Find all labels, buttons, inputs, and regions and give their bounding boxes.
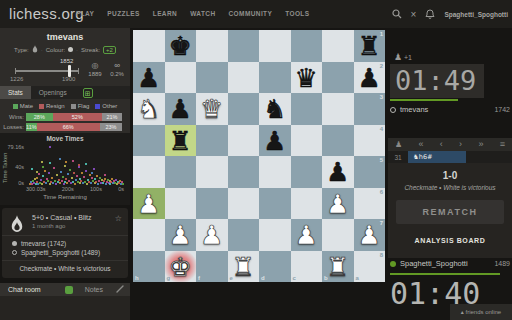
nav-community[interactable]: COMMUNITY — [229, 10, 273, 17]
square-e2[interactable] — [228, 62, 260, 94]
chart-xlabel: Time Remaining — [0, 194, 130, 200]
square-e5[interactable] — [228, 156, 260, 188]
opponent-insights-panel: tmevans Type: · Colour: · Streak: +2 185… — [0, 28, 130, 133]
win-loss-bars: Wins:28%52%21%Losses:11%66%23% — [0, 113, 130, 131]
square-a2[interactable]: ♟2 — [354, 62, 386, 94]
black-knight[interactable]: ♞ — [259, 93, 291, 125]
grid-toggle-button[interactable]: ⊞ — [83, 88, 93, 98]
bar-label: Wins: — [0, 114, 26, 120]
percent-value: 0.2% — [106, 71, 128, 77]
chart-ylabel: Time Taken — [2, 151, 8, 185]
scatter-point — [91, 177, 93, 179]
square-g6[interactable] — [165, 188, 197, 220]
chat-settings-icon[interactable] — [116, 285, 124, 295]
scatter-point — [102, 182, 104, 184]
scatter-point — [61, 180, 63, 182]
chart-plot-area: 79.16s 40s 0s — [26, 146, 124, 184]
black-pawn[interactable]: ♟ — [133, 62, 165, 94]
black-pawn[interactable]: ♟ — [259, 125, 291, 157]
move-list-panel: ♟ « ‹ › » ≡ 31 ♞h6# 1-0 Checkmate • Whit… — [388, 138, 512, 258]
scatter-point — [41, 161, 43, 163]
scatter-point — [49, 146, 51, 148]
square-d7[interactable] — [259, 219, 291, 251]
analyze-icon[interactable]: ♟ — [395, 138, 402, 151]
legend-label: Other — [102, 103, 117, 109]
square-b1[interactable] — [322, 30, 354, 62]
white-queen[interactable]: ♛ — [196, 93, 228, 125]
analysis-board-button[interactable]: ANALYSIS BOARD — [388, 237, 512, 244]
square-h1[interactable] — [133, 30, 165, 62]
move-times-chart: Move Times Time Taken 79.16s 40s 0s 300.… — [0, 133, 130, 205]
scatter-point — [85, 170, 87, 172]
file-label: b — [324, 275, 328, 281]
square-a5[interactable]: 5 — [354, 156, 386, 188]
square-h5[interactable] — [133, 156, 165, 188]
square-f7[interactable]: ♟ — [196, 219, 228, 251]
colour-label: Colour: — [46, 47, 65, 53]
scatter-point — [81, 172, 83, 174]
bar-segment: 28% — [26, 113, 53, 121]
square-e1[interactable] — [228, 30, 260, 62]
rank-label: 3 — [380, 94, 383, 100]
material-advantage: ♟ +1 — [394, 52, 412, 62]
scatter-point — [91, 172, 93, 174]
scatter-point — [85, 163, 87, 165]
scatter-point — [58, 179, 60, 181]
x-tick: 0s — [118, 186, 124, 192]
white-rating: 1742 — [494, 106, 510, 113]
square-g2[interactable] — [165, 62, 197, 94]
square-b7[interactable] — [322, 219, 354, 251]
scatter-point — [122, 183, 124, 185]
y-tick-max: 79.16s — [7, 144, 26, 150]
main-nav: PLAY PUZZLES LEARN WATCH COMMUNITY TOOLS — [76, 10, 309, 17]
scatter-point — [65, 161, 67, 163]
bar-segment: 23% — [100, 123, 122, 131]
y-tick-mid: 40s — [15, 164, 26, 170]
scatter-point — [36, 171, 38, 173]
stacked-bar: 28%52%21% — [26, 113, 122, 121]
bell-icon[interactable] — [425, 5, 435, 23]
square-a4[interactable]: 4 — [354, 125, 386, 157]
square-c8[interactable]: c — [291, 251, 323, 283]
scatter-point — [62, 176, 64, 178]
y-tick-zero: 0s — [18, 180, 26, 186]
white-pawn[interactable]: ♟ — [196, 219, 228, 251]
rank-label: 6 — [380, 189, 383, 195]
rating-range-slider: 1852 1226 1900 ◎ 1889 ∞ 0.2% — [0, 58, 130, 84]
scatter-point — [104, 178, 106, 180]
blitz-flame-icon — [32, 45, 38, 54]
square-h2[interactable]: ♟ — [133, 62, 165, 94]
tab-stats[interactable]: Stats — [0, 86, 31, 99]
nav-watch[interactable]: WATCH — [190, 10, 215, 17]
scatter-point — [44, 170, 46, 172]
menu-icon[interactable]: ≡ — [500, 138, 505, 151]
white-pawn[interactable]: ♟ — [133, 188, 165, 220]
square-g1[interactable]: ♚ — [165, 30, 197, 62]
last-move-button[interactable]: » — [478, 138, 483, 151]
bar-label: Losses: — [0, 124, 26, 130]
square-g8[interactable]: ♚g — [165, 251, 197, 283]
scatter-point — [36, 177, 38, 179]
square-f1[interactable] — [196, 30, 228, 62]
white-pawn[interactable]: ♟ — [322, 188, 354, 220]
square-e8[interactable]: ♜e — [228, 251, 260, 283]
square-b8[interactable]: ♜b — [322, 251, 354, 283]
user-menu[interactable]: Spaghetti_Spoghotti — [444, 11, 508, 18]
file-label: d — [261, 275, 265, 281]
legend-swatch — [39, 104, 44, 109]
scatter-point — [104, 174, 106, 176]
dot-separator: · — [41, 47, 43, 53]
game-info-card: 5+0 • Casual • Blitz 1 month ago ☆ tmeva… — [2, 208, 128, 278]
friends-online-toggle[interactable]: ▴ friends online — [450, 304, 512, 320]
black-queen[interactable]: ♛ — [291, 62, 323, 94]
scatter-point — [54, 180, 56, 182]
prev-move-button[interactable]: ‹ — [440, 138, 443, 151]
tab-notes[interactable]: Notes — [73, 286, 115, 293]
scatter-point — [94, 178, 96, 180]
scatter-point — [49, 183, 51, 185]
square-d3[interactable]: ♞ — [259, 93, 291, 125]
game-result-text: Checkmate • White is victorious — [2, 265, 128, 272]
square-d2[interactable] — [259, 62, 291, 94]
game-side-panel: ♟ +1 01:49 tmevans 1742 ♟ « ‹ › » ≡ 31 ♞… — [388, 28, 512, 320]
black-clock-bar — [390, 273, 500, 275]
scatter-point — [65, 178, 67, 180]
scatter-point — [59, 158, 61, 160]
square-c4[interactable] — [291, 125, 323, 157]
scatter-point — [48, 172, 50, 174]
slider-min: 1226 — [10, 76, 23, 82]
scatter-point — [72, 160, 74, 162]
square-e6[interactable] — [228, 188, 260, 220]
scatter-point — [71, 177, 73, 179]
x-tick: 300.03s — [26, 186, 46, 192]
scatter-point — [63, 183, 65, 185]
top-header: lichess.org PLAY PUZZLES LEARN WATCH COM… — [0, 0, 512, 28]
square-c1[interactable] — [291, 30, 323, 62]
scatter-point — [73, 172, 75, 174]
scatter-point — [59, 182, 61, 184]
white-color-icon — [390, 107, 396, 113]
online-dot-icon — [390, 261, 396, 267]
rank-label: 4 — [380, 126, 383, 132]
close-icon[interactable]: × — [411, 9, 417, 20]
square-g5[interactable] — [165, 156, 197, 188]
square-d5[interactable] — [259, 156, 291, 188]
scatter-point — [52, 182, 54, 184]
game-date: 1 month ago — [32, 223, 122, 229]
bookmark-star-icon[interactable]: ☆ — [115, 214, 122, 223]
scatter-point — [78, 166, 80, 168]
scatter-point — [97, 183, 99, 185]
opponent-name: tmevans — [0, 28, 130, 42]
x-tick: 100s — [90, 186, 102, 192]
white-clock-bar — [390, 99, 458, 101]
file-label: f — [198, 275, 200, 281]
chart-title: Move Times — [0, 133, 130, 142]
pawn-icon: ♟ — [394, 52, 402, 62]
colour-dot-icon — [68, 47, 73, 52]
square-c7[interactable]: ♟ — [291, 219, 323, 251]
first-move-button[interactable]: « — [418, 138, 423, 151]
square-f5[interactable] — [196, 156, 228, 188]
rank-label: 5 — [380, 157, 383, 163]
black-player-row[interactable]: Spaghetti_Spoghotti (1489) — [12, 248, 128, 257]
lichess-logo[interactable]: lichess.org — [9, 5, 84, 22]
tab-chat-room[interactable]: Chat room — [0, 286, 49, 293]
legend-label: Flag — [78, 103, 90, 109]
white-knight[interactable]: ♞ — [133, 93, 165, 125]
streak-badge: +2 — [103, 46, 116, 54]
legend-other: Other — [95, 103, 117, 109]
square-c2[interactable]: ♛ — [291, 62, 323, 94]
black-disc-icon — [12, 250, 17, 255]
square-f4[interactable] — [196, 125, 228, 157]
square-b6[interactable]: ♟ — [322, 188, 354, 220]
bar-segment: 52% — [53, 113, 102, 121]
slider-max: 1900 — [62, 76, 75, 82]
square-e7[interactable] — [228, 219, 260, 251]
chart-xticks: 300.03s 200s 100s 0s — [26, 186, 124, 192]
chat-panel: Chat room Notes — [0, 283, 130, 320]
square-d8[interactable]: d — [259, 251, 291, 283]
material-value: +1 — [404, 54, 412, 61]
square-h4[interactable] — [133, 125, 165, 157]
scatter-point — [83, 176, 85, 178]
black-player-row[interactable]: Spaghetti_Spoghotti 1489 — [390, 259, 510, 268]
square-d1[interactable] — [259, 30, 291, 62]
search-icon[interactable] — [392, 5, 402, 23]
square-h8[interactable]: h — [133, 251, 165, 283]
scatter-point — [67, 173, 69, 175]
rematch-button[interactable]: REMATCH — [396, 200, 504, 224]
games-count: 1889 — [84, 71, 106, 77]
scatter-point — [42, 166, 44, 168]
legend-label: Mate — [20, 103, 33, 109]
file-label: c — [293, 275, 296, 281]
scatter-point — [49, 162, 51, 164]
square-e4[interactable] — [228, 125, 260, 157]
scatter-point — [74, 183, 76, 185]
square-c5[interactable] — [291, 156, 323, 188]
scatter-point — [66, 182, 68, 184]
file-label: g — [167, 275, 171, 281]
type-label: Type: — [14, 47, 29, 53]
white-name: tmevans — [400, 105, 428, 114]
next-move-button[interactable]: › — [459, 138, 462, 151]
chess-board[interactable]: ♚♜1♟♛♟2♞♟♛♞3♜♟4♟5♟♟6♟♟♟♟7h♚gf♜edc♜ba8 — [133, 30, 385, 282]
white-pawn[interactable]: ♟ — [291, 219, 323, 251]
square-a3[interactable]: 3 — [354, 93, 386, 125]
rank-label: 1 — [380, 31, 383, 37]
scatter-point — [45, 182, 47, 184]
nav-tools[interactable]: TOOLS — [285, 10, 309, 17]
square-f6[interactable] — [196, 188, 228, 220]
square-b2[interactable] — [322, 62, 354, 94]
rank-label: 7 — [380, 220, 383, 226]
black-pawn[interactable]: ♟ — [165, 93, 197, 125]
square-d4[interactable]: ♟ — [259, 125, 291, 157]
bar-segment: 11% — [26, 123, 37, 131]
square-g3[interactable]: ♟ — [165, 93, 197, 125]
white-disc-icon — [12, 241, 17, 246]
scatter-point — [53, 167, 55, 169]
legend-swatch — [71, 104, 76, 109]
square-a6[interactable]: 6 — [354, 188, 386, 220]
scatter-point — [78, 164, 80, 166]
legend-mate: Mate — [13, 103, 33, 109]
scatter-point — [42, 175, 44, 177]
chat-toggle[interactable] — [65, 286, 73, 294]
square-f8[interactable]: f — [196, 251, 228, 283]
square-g4[interactable]: ♜ — [165, 125, 197, 157]
scatter-point — [76, 175, 78, 177]
legend-flag: Flag — [71, 103, 90, 109]
tab-openings[interactable]: Openings — [31, 86, 75, 99]
scatter-point — [64, 165, 66, 167]
scatter-point — [93, 168, 95, 170]
result-status: Checkmate • White is victorious — [388, 184, 512, 191]
scatter-point — [60, 171, 62, 173]
rank-label: 8 — [380, 252, 383, 258]
square-c6[interactable] — [291, 188, 323, 220]
square-c3[interactable] — [291, 93, 323, 125]
current-move[interactable]: ♞h6# — [408, 151, 466, 163]
square-f2[interactable] — [196, 62, 228, 94]
square-g7[interactable]: ♟ — [165, 219, 197, 251]
white-player-row[interactable]: tmevans (1742) — [12, 239, 128, 248]
legend-label: Resign — [46, 103, 65, 109]
bar-segment: 66% — [37, 123, 100, 131]
square-a1[interactable]: ♜1 — [354, 30, 386, 62]
bar-segment: 21% — [102, 113, 122, 121]
square-f3[interactable]: ♛ — [196, 93, 228, 125]
scatter-point — [56, 174, 58, 176]
black-king[interactable]: ♚ — [165, 30, 197, 62]
scatter-point — [69, 169, 71, 171]
bar-row: Losses:11%66%23% — [0, 123, 130, 131]
rating-circle-icon: ◎ — [84, 61, 106, 70]
square-a8[interactable]: a8 — [354, 251, 386, 283]
scatter-point — [90, 182, 92, 184]
square-h7[interactable] — [133, 219, 165, 251]
bar-row: Wins:28%52%21% — [0, 113, 130, 121]
rank-label: 2 — [380, 63, 383, 69]
white-player-name: tmevans (1742) — [21, 239, 66, 248]
scatter-point — [96, 175, 98, 177]
x-tick: 200s — [62, 186, 74, 192]
stacked-bar: 11%66%23% — [26, 123, 122, 131]
white-clock: 01:49 — [390, 64, 484, 98]
scatter-point — [55, 183, 57, 185]
move-row: 31 ♞h6# — [388, 151, 512, 163]
scatter-point — [31, 168, 33, 170]
insights-tabs: Stats Openings ⊞ — [0, 86, 130, 99]
square-b4[interactable] — [322, 125, 354, 157]
nav-puzzles[interactable]: PUZZLES — [107, 10, 139, 17]
white-player-row[interactable]: tmevans 1742 — [390, 105, 510, 114]
black-name: Spaghetti_Spoghotti — [400, 259, 468, 268]
slider-value: 1852 — [60, 58, 73, 64]
link-icon: ∞ — [106, 61, 128, 70]
streak-label: Streak: — [81, 47, 100, 53]
scatter-point — [47, 180, 49, 182]
white-pawn[interactable]: ♟ — [165, 219, 197, 251]
square-b5[interactable]: ♟ — [322, 156, 354, 188]
scatter-point — [38, 173, 40, 175]
nav-learn[interactable]: LEARN — [153, 10, 177, 17]
scatter-point — [86, 183, 88, 185]
legend-resign: Resign — [39, 103, 65, 109]
scatter-point — [89, 174, 91, 176]
scatter-point — [105, 183, 107, 185]
square-d6[interactable] — [259, 188, 291, 220]
legend-swatch — [95, 104, 100, 109]
black-rook[interactable]: ♜ — [165, 125, 197, 157]
square-h6[interactable]: ♟ — [133, 188, 165, 220]
dot-separator: · — [76, 47, 78, 53]
square-a7[interactable]: ♟7 — [354, 219, 386, 251]
move-number: 31 — [388, 154, 408, 161]
blitz-flame-icon — [10, 215, 24, 237]
scatter-point — [103, 180, 105, 182]
file-label: e — [230, 275, 233, 281]
result-score: 1-0 — [388, 170, 512, 181]
black-rating: 1489 — [494, 260, 510, 267]
game-meta: 5+0 • Casual • Blitz — [32, 214, 122, 221]
legend-swatch — [13, 104, 18, 109]
square-h3[interactable]: ♞ — [133, 93, 165, 125]
scatter-point — [51, 177, 53, 179]
file-label: h — [135, 275, 139, 281]
outcome-legend: MateResignFlagOther — [0, 103, 130, 109]
nav-play[interactable]: PLAY — [76, 10, 94, 17]
file-label: a — [356, 275, 359, 281]
scatter-point — [41, 183, 43, 185]
black-player-name: Spaghetti_Spoghotti (1489) — [21, 248, 100, 257]
black-pawn[interactable]: ♟ — [322, 156, 354, 188]
square-b3[interactable] — [322, 93, 354, 125]
square-e3[interactable] — [228, 93, 260, 125]
